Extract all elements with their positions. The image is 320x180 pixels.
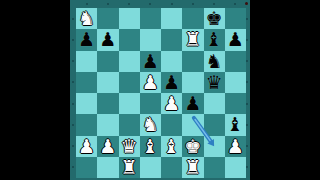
square-e4[interactable]: ♟ xyxy=(161,93,182,114)
letterbox-left xyxy=(0,0,70,180)
piece-white-rook: ♜ xyxy=(184,158,201,177)
square-h7[interactable]: ♟ xyxy=(225,29,246,50)
piece-black-queen: ♛ xyxy=(206,73,223,92)
square-d8[interactable] xyxy=(140,8,161,29)
piece-black-bishop: ♝ xyxy=(206,30,223,49)
frame-tick xyxy=(192,3,194,5)
piece-black-pawn: ♟ xyxy=(99,30,116,49)
piece-white-knight: ♞ xyxy=(78,9,95,28)
square-g4[interactable] xyxy=(204,93,225,114)
piece-white-rook: ♜ xyxy=(121,158,138,177)
square-c5[interactable] xyxy=(119,72,140,93)
piece-white-pawn: ♟ xyxy=(142,73,159,92)
square-a2[interactable]: ♟ xyxy=(76,136,97,157)
square-d1[interactable] xyxy=(140,157,161,178)
square-b3[interactable] xyxy=(97,114,118,135)
chess-board: ♞♚♟♟♜♝♟♟♞♟♟♛♟♟♞♝♟♟♛♝♝♚♟♜♜ xyxy=(70,0,250,180)
frame-tick xyxy=(246,81,248,83)
frame-tick xyxy=(72,60,74,62)
square-a1[interactable] xyxy=(76,157,97,178)
piece-black-pawn: ♟ xyxy=(142,52,159,71)
frame-tick xyxy=(72,103,74,105)
square-e3[interactable] xyxy=(161,114,182,135)
square-g3[interactable] xyxy=(204,114,225,135)
square-b1[interactable] xyxy=(97,157,118,178)
piece-white-pawn: ♟ xyxy=(78,137,95,156)
square-g8[interactable]: ♚ xyxy=(204,8,225,29)
square-d3[interactable]: ♞ xyxy=(140,114,161,135)
square-g7[interactable]: ♝ xyxy=(204,29,225,50)
square-b2[interactable]: ♟ xyxy=(97,136,118,157)
piece-white-king: ♚ xyxy=(184,137,201,156)
frame-tick xyxy=(72,124,74,126)
piece-black-knight: ♞ xyxy=(206,52,223,71)
square-h1[interactable] xyxy=(225,157,246,178)
piece-black-pawn: ♟ xyxy=(78,30,95,49)
piece-white-bishop: ♝ xyxy=(142,137,159,156)
square-a8[interactable]: ♞ xyxy=(76,8,97,29)
square-g6[interactable]: ♞ xyxy=(204,51,225,72)
square-f5[interactable] xyxy=(182,72,203,93)
piece-black-pawn: ♟ xyxy=(184,94,201,113)
square-d2[interactable]: ♝ xyxy=(140,136,161,157)
square-b7[interactable]: ♟ xyxy=(97,29,118,50)
frame-tick xyxy=(107,3,109,5)
square-c3[interactable] xyxy=(119,114,140,135)
square-h2[interactable]: ♟ xyxy=(225,136,246,157)
square-h8[interactable] xyxy=(225,8,246,29)
frame-tick xyxy=(72,39,74,41)
piece-white-knight: ♞ xyxy=(142,115,159,134)
frame-tick xyxy=(149,3,151,5)
piece-black-king: ♚ xyxy=(206,9,223,28)
square-d7[interactable] xyxy=(140,29,161,50)
piece-white-pawn: ♟ xyxy=(99,137,116,156)
square-c8[interactable] xyxy=(119,8,140,29)
square-f1[interactable]: ♜ xyxy=(182,157,203,178)
frame-tick xyxy=(234,3,236,5)
square-e5[interactable]: ♟ xyxy=(161,72,182,93)
frame-tick xyxy=(246,60,248,62)
piece-white-rook: ♜ xyxy=(184,30,201,49)
piece-white-bishop: ♝ xyxy=(163,137,180,156)
square-f4[interactable]: ♟ xyxy=(182,93,203,114)
square-a3[interactable] xyxy=(76,114,97,135)
square-c1[interactable]: ♜ xyxy=(119,157,140,178)
board-grid: ♞♚♟♟♜♝♟♟♞♟♟♛♟♟♞♝♟♟♛♝♝♚♟♜♜ xyxy=(76,8,246,178)
frame-tick xyxy=(246,39,248,41)
square-e7[interactable] xyxy=(161,29,182,50)
square-h3[interactable]: ♝ xyxy=(225,114,246,135)
frame-tick xyxy=(86,3,88,5)
frame-tick xyxy=(246,166,248,168)
square-b8[interactable] xyxy=(97,8,118,29)
square-f2[interactable]: ♚ xyxy=(182,136,203,157)
piece-white-pawn: ♟ xyxy=(227,137,244,156)
square-e2[interactable]: ♝ xyxy=(161,136,182,157)
square-c4[interactable] xyxy=(119,93,140,114)
piece-white-pawn: ♟ xyxy=(163,94,180,113)
square-e1[interactable] xyxy=(161,157,182,178)
square-a5[interactable] xyxy=(76,72,97,93)
piece-black-pawn: ♟ xyxy=(163,73,180,92)
square-b4[interactable] xyxy=(97,93,118,114)
square-f8[interactable] xyxy=(182,8,203,29)
square-f6[interactable] xyxy=(182,51,203,72)
video-frame: ♞♚♟♟♜♝♟♟♞♟♟♛♟♟♞♝♟♟♛♝♝♚♟♜♜ xyxy=(0,0,320,180)
square-c7[interactable] xyxy=(119,29,140,50)
letterbox-right xyxy=(250,0,320,180)
square-d4[interactable] xyxy=(140,93,161,114)
frame-tick xyxy=(246,124,248,126)
square-b5[interactable] xyxy=(97,72,118,93)
square-g5[interactable]: ♛ xyxy=(204,72,225,93)
frame-tick xyxy=(246,18,248,20)
square-d5[interactable]: ♟ xyxy=(140,72,161,93)
piece-white-queen: ♛ xyxy=(121,137,138,156)
frame-tick xyxy=(72,81,74,83)
frame-tick xyxy=(72,166,74,168)
frame-tick xyxy=(72,145,74,147)
square-h5[interactable] xyxy=(225,72,246,93)
square-a4[interactable] xyxy=(76,93,97,114)
square-h4[interactable] xyxy=(225,93,246,114)
square-f3[interactable] xyxy=(182,114,203,135)
frame-tick xyxy=(72,18,74,20)
piece-black-bishop: ♝ xyxy=(227,115,244,134)
square-g2[interactable] xyxy=(204,136,225,157)
square-g1[interactable] xyxy=(204,157,225,178)
square-f7[interactable]: ♜ xyxy=(182,29,203,50)
frame-tick xyxy=(213,3,215,5)
square-h6[interactable] xyxy=(225,51,246,72)
frame-tick xyxy=(246,103,248,105)
square-d6[interactable]: ♟ xyxy=(140,51,161,72)
frame-tick xyxy=(128,3,130,5)
frame-corner-dot xyxy=(245,2,248,5)
square-a7[interactable]: ♟ xyxy=(76,29,97,50)
piece-black-pawn: ♟ xyxy=(227,30,244,49)
square-c6[interactable] xyxy=(119,51,140,72)
square-a6[interactable] xyxy=(76,51,97,72)
frame-tick xyxy=(246,145,248,147)
square-c2[interactable]: ♛ xyxy=(119,136,140,157)
frame-tick xyxy=(171,3,173,5)
square-b6[interactable] xyxy=(97,51,118,72)
square-e8[interactable] xyxy=(161,8,182,29)
square-e6[interactable] xyxy=(161,51,182,72)
